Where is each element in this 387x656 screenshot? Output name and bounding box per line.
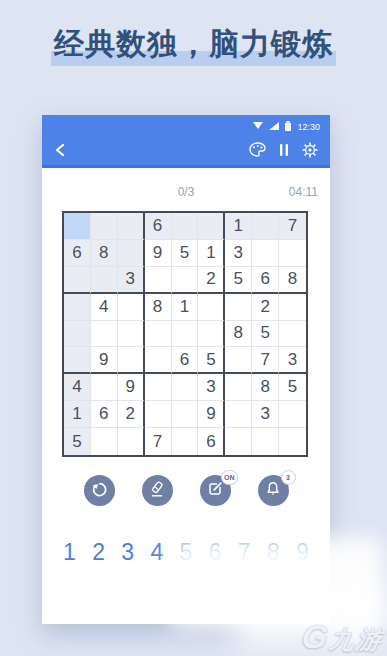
cell-r1c7[interactable]: 1 [225,213,252,240]
cell-r3c2[interactable] [91,267,118,294]
cell-r6c1[interactable] [64,347,91,374]
watermark-text: 九游 [328,627,386,652]
cell-r3c9[interactable]: 8 [279,267,306,294]
numpad-2[interactable]: 2 [92,539,105,566]
cell-r8c5[interactable] [172,401,199,428]
cell-r9c2[interactable] [91,428,118,455]
cell-r6c6[interactable]: 5 [198,347,225,374]
cell-r7c3[interactable]: 9 [118,374,145,401]
cell-r3c6[interactable]: 2 [198,267,225,294]
cell-r1c8[interactable] [252,213,279,240]
cell-r7c7[interactable] [225,374,252,401]
back-icon [54,143,66,160]
cell-r9c1[interactable]: 5 [64,428,91,455]
undo-icon [91,481,108,501]
cell-r7c1[interactable]: 4 [64,374,91,401]
cell-r4c1[interactable] [64,294,91,321]
status-time: 12:30 [297,122,320,132]
watermark-logo-icon: G [300,622,330,652]
numpad-9[interactable]: 9 [296,539,309,566]
pause-button[interactable] [279,143,289,160]
pause-icon [279,143,289,160]
cell-r9c9[interactable] [279,428,306,455]
cell-r2c7[interactable]: 3 [225,240,252,267]
cell-r7c8[interactable]: 8 [252,374,279,401]
cell-r3c3[interactable]: 3 [118,267,145,294]
numpad-1[interactable]: 1 [63,539,76,566]
cell-r9c6[interactable]: 6 [198,428,225,455]
cell-r5c5[interactable] [172,321,199,348]
cell-r7c5[interactable] [172,374,199,401]
cell-r2c5[interactable]: 5 [172,240,199,267]
hint-button[interactable]: 3 [258,475,289,506]
cell-r1c4[interactable]: 6 [145,213,172,240]
notes-icon [207,481,223,500]
undo-button[interactable] [84,475,115,506]
cell-r8c9[interactable] [279,401,306,428]
hud: 0/3 04:11 [42,185,330,201]
cell-r8c8[interactable]: 3 [252,401,279,428]
toolbar: ON 3 [42,475,330,506]
sudoku-board: 61768951332568481285965734938516293576 [62,211,308,457]
cell-r4c6[interactable] [198,294,225,321]
numpad-7[interactable]: 7 [238,539,251,566]
cell-r8c2[interactable]: 6 [91,401,118,428]
cell-r6c3[interactable] [118,347,145,374]
cell-r2c1[interactable]: 6 [64,240,91,267]
cell-r3c1[interactable] [64,267,91,294]
cell-r7c9[interactable]: 5 [279,374,306,401]
cell-r8c7[interactable] [225,401,252,428]
cell-r5c3[interactable] [118,321,145,348]
eraser-icon [149,481,165,500]
cell-r7c2[interactable] [91,374,118,401]
cell-r4c8[interactable]: 2 [252,294,279,321]
cell-r8c6[interactable]: 9 [198,401,225,428]
cell-r5c6[interactable] [198,321,225,348]
cell-r8c4[interactable] [145,401,172,428]
eraser-button[interactable] [142,475,173,506]
cell-r1c9[interactable]: 7 [279,213,306,240]
cell-r7c6[interactable]: 3 [198,374,225,401]
numpad-6[interactable]: 6 [209,539,222,566]
cell-r2c3[interactable] [118,240,145,267]
cell-r4c7[interactable] [225,294,252,321]
wifi-icon [253,122,263,132]
cell-r6c9[interactable]: 3 [279,347,306,374]
cell-r1c1[interactable] [64,213,91,240]
cell-r5c7[interactable]: 8 [225,321,252,348]
notes-button[interactable]: ON [200,475,231,506]
cell-r9c5[interactable] [172,428,199,455]
cell-r3c5[interactable] [172,267,199,294]
battery-icon [285,121,291,133]
numpad-5[interactable]: 5 [180,539,193,566]
cell-r5c2[interactable] [91,321,118,348]
cell-r4c9[interactable] [279,294,306,321]
cell-r2c9[interactable] [279,240,306,267]
cell-r5c9[interactable] [279,321,306,348]
cell-r2c2[interactable]: 8 [91,240,118,267]
cell-r6c2[interactable]: 9 [91,347,118,374]
cell-r5c1[interactable] [64,321,91,348]
cell-r1c6[interactable] [198,213,225,240]
app-bar [42,137,330,168]
cell-r6c4[interactable] [145,347,172,374]
cell-r6c7[interactable] [225,347,252,374]
cell-r4c2[interactable]: 4 [91,294,118,321]
cell-r2c8[interactable] [252,240,279,267]
cell-r3c8[interactable]: 6 [252,267,279,294]
banner: 经典数独，脑力锻炼 [0,24,387,68]
cell-r6c8[interactable]: 7 [252,347,279,374]
cell-r1c3[interactable] [118,213,145,240]
cell-r5c4[interactable] [145,321,172,348]
cell-r4c3[interactable] [118,294,145,321]
cell-r1c2[interactable] [91,213,118,240]
bell-icon [265,481,281,500]
cell-r3c4[interactable] [145,267,172,294]
page-title: 经典数独，脑力锻炼 [51,24,336,68]
notes-on-badge: ON [221,470,238,485]
cell-r5c8[interactable]: 5 [252,321,279,348]
signal-icon [269,122,279,132]
theme-palette-icon [249,142,266,160]
cell-r3c7[interactable]: 5 [225,267,252,294]
status-bar: 12:30 [42,115,330,137]
back-button[interactable] [54,143,66,160]
settings-gear-icon [302,142,318,161]
cell-r8c1[interactable]: 1 [64,401,91,428]
numpad-8[interactable]: 8 [267,539,280,566]
settings-button[interactable] [302,142,318,161]
cell-r6c5[interactable]: 6 [172,347,199,374]
cell-r1c5[interactable] [172,213,199,240]
theme-button[interactable] [249,142,266,160]
cell-r4c4[interactable]: 8 [145,294,172,321]
site-watermark: G 九游 [300,622,386,652]
cell-r8c3[interactable]: 2 [118,401,145,428]
phone-screenshot: 12:30 [42,115,330,624]
numpad-4[interactable]: 4 [150,539,163,566]
cell-r9c7[interactable] [225,428,252,455]
hint-count-badge: 3 [281,470,296,485]
cell-r2c6[interactable]: 1 [198,240,225,267]
cell-r9c4[interactable]: 7 [145,428,172,455]
number-pad: 123456789 [63,539,309,566]
mistake-counter: 0/3 [178,185,195,199]
numpad-3[interactable]: 3 [121,539,134,566]
cell-r4c5[interactable]: 1 [172,294,199,321]
cell-r2c4[interactable]: 9 [145,240,172,267]
game-timer: 04:11 [289,185,318,199]
cell-r9c8[interactable] [252,428,279,455]
cell-r7c4[interactable] [145,374,172,401]
cell-r9c3[interactable] [118,428,145,455]
